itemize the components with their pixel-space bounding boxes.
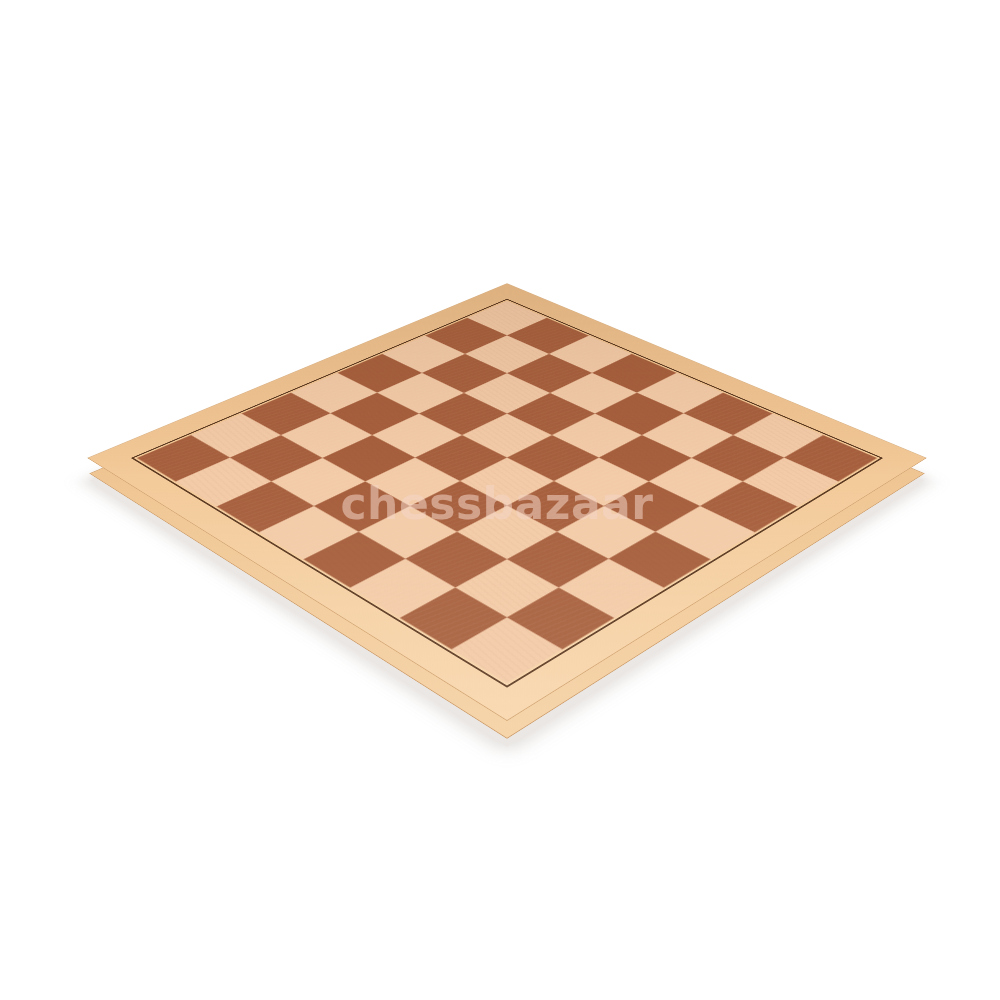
watermark-text: chessbazaar xyxy=(340,478,653,529)
product-photo: chessbazaar xyxy=(0,0,1000,1000)
